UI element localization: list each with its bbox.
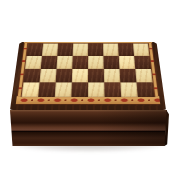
box-hinge-seam [12, 131, 166, 132]
board-square [118, 43, 134, 55]
board-square [25, 56, 42, 69]
board-square [134, 56, 151, 69]
board-square [120, 82, 137, 96]
board-square [23, 69, 40, 83]
board-square [72, 56, 88, 69]
board-square [72, 69, 88, 83]
board-square [27, 43, 43, 55]
board-square [119, 56, 136, 69]
board-square [41, 56, 58, 69]
board-square [88, 82, 105, 96]
box-top-face [10, 42, 166, 110]
inlay-border-front [16, 96, 161, 105]
board-square [133, 43, 149, 55]
product-photo [0, 0, 176, 176]
board-square [56, 69, 73, 83]
board-square [55, 82, 72, 96]
board-square [88, 43, 103, 55]
board-square [136, 82, 154, 96]
board-square [104, 69, 121, 83]
board-square [42, 43, 58, 55]
board-square [88, 56, 104, 69]
board-square [88, 69, 104, 83]
board-square [73, 43, 88, 55]
board-square [104, 82, 121, 96]
board-square [71, 82, 88, 96]
board-square [57, 43, 73, 55]
board-square [38, 82, 55, 96]
board-square [135, 69, 152, 83]
board-square [103, 43, 119, 55]
board-squares [22, 43, 155, 96]
board-square [22, 82, 40, 96]
board-square [40, 69, 57, 83]
board-square [57, 56, 73, 69]
board-square [103, 56, 119, 69]
board-square [119, 69, 136, 83]
box-front-face [10, 110, 167, 146]
